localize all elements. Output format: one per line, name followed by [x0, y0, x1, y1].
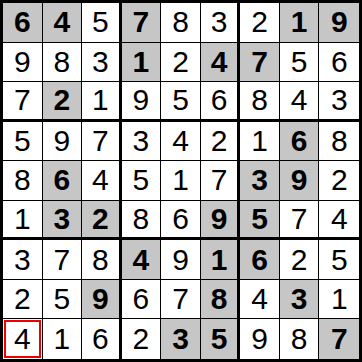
- cell-r7c3[interactable]: 8: [82, 240, 122, 280]
- cell-r2c8[interactable]: 5: [280, 43, 320, 83]
- cell-r2c9[interactable]: 6: [319, 43, 359, 83]
- cell-r3c4[interactable]: 9: [122, 82, 162, 122]
- cell-r3c9[interactable]: 3: [319, 82, 359, 122]
- cell-r4c8[interactable]: 6: [280, 122, 320, 162]
- cell-r6c4[interactable]: 8: [122, 201, 162, 241]
- cell-r2c5[interactable]: 2: [161, 43, 201, 83]
- cell-r2c3[interactable]: 3: [82, 43, 122, 83]
- cell-r4c9[interactable]: 8: [319, 122, 359, 162]
- cell-r8c4[interactable]: 6: [122, 280, 162, 320]
- cell-r4c1[interactable]: 5: [3, 122, 43, 162]
- cell-r3c7[interactable]: 8: [240, 82, 280, 122]
- cell-r3c8[interactable]: 4: [280, 82, 320, 122]
- cell-r6c2[interactable]: 3: [43, 201, 83, 241]
- cell-r2c6[interactable]: 4: [201, 43, 241, 83]
- cell-r1c6[interactable]: 3: [201, 3, 241, 43]
- cell-r4c3[interactable]: 7: [82, 122, 122, 162]
- cell-r4c4[interactable]: 3: [122, 122, 162, 162]
- cell-r3c3[interactable]: 1: [82, 82, 122, 122]
- cell-r7c9[interactable]: 5: [319, 240, 359, 280]
- cell-r7c2[interactable]: 7: [43, 240, 83, 280]
- cell-r7c7[interactable]: 6: [240, 240, 280, 280]
- cell-r9c5[interactable]: 3: [161, 319, 201, 359]
- cell-r6c3[interactable]: 2: [82, 201, 122, 241]
- cell-r8c3[interactable]: 9: [82, 280, 122, 320]
- cell-r1c4[interactable]: 7: [122, 3, 162, 43]
- cell-r2c7[interactable]: 7: [240, 43, 280, 83]
- cell-r5c5[interactable]: 1: [161, 161, 201, 201]
- cell-r1c7[interactable]: 2: [240, 3, 280, 43]
- cell-r4c6[interactable]: 2: [201, 122, 241, 162]
- cell-r3c1[interactable]: 7: [3, 82, 43, 122]
- cell-r8c6[interactable]: 8: [201, 280, 241, 320]
- cell-r6c8[interactable]: 7: [280, 201, 320, 241]
- cell-r1c2[interactable]: 4: [43, 3, 83, 43]
- sudoku-board: 6457832199831247567219568435973421688645…: [0, 0, 362, 362]
- cell-r5c2[interactable]: 6: [43, 161, 83, 201]
- cell-r8c1[interactable]: 2: [3, 280, 43, 320]
- cell-r5c8[interactable]: 9: [280, 161, 320, 201]
- cell-r7c4[interactable]: 4: [122, 240, 162, 280]
- cell-r9c4[interactable]: 2: [122, 319, 162, 359]
- cell-r4c5[interactable]: 4: [161, 122, 201, 162]
- cell-r8c8[interactable]: 3: [280, 280, 320, 320]
- cell-r8c2[interactable]: 5: [43, 280, 83, 320]
- cell-r9c2[interactable]: 1: [43, 319, 83, 359]
- cursor-highlight: [4, 320, 41, 358]
- cell-r9c7[interactable]: 9: [240, 319, 280, 359]
- cell-r4c2[interactable]: 9: [43, 122, 83, 162]
- cell-r4c7[interactable]: 1: [240, 122, 280, 162]
- cell-r6c7[interactable]: 5: [240, 201, 280, 241]
- cell-r8c7[interactable]: 4: [240, 280, 280, 320]
- cell-r9c1[interactable]: 4: [3, 319, 43, 359]
- cell-r8c9[interactable]: 1: [319, 280, 359, 320]
- cell-r1c3[interactable]: 5: [82, 3, 122, 43]
- cell-r5c9[interactable]: 2: [319, 161, 359, 201]
- cell-r6c5[interactable]: 6: [161, 201, 201, 241]
- cell-r9c3[interactable]: 6: [82, 319, 122, 359]
- cell-r3c6[interactable]: 6: [201, 82, 241, 122]
- cell-r5c7[interactable]: 3: [240, 161, 280, 201]
- cell-r1c8[interactable]: 1: [280, 3, 320, 43]
- cell-r9c6[interactable]: 5: [201, 319, 241, 359]
- cell-r8c5[interactable]: 7: [161, 280, 201, 320]
- cell-r7c6[interactable]: 1: [201, 240, 241, 280]
- cell-r2c4[interactable]: 1: [122, 43, 162, 83]
- cell-r7c5[interactable]: 9: [161, 240, 201, 280]
- cell-r2c2[interactable]: 8: [43, 43, 83, 83]
- cell-r6c9[interactable]: 4: [319, 201, 359, 241]
- cell-r5c3[interactable]: 4: [82, 161, 122, 201]
- cell-r5c4[interactable]: 5: [122, 161, 162, 201]
- cell-r9c8[interactable]: 8: [280, 319, 320, 359]
- cell-r7c8[interactable]: 2: [280, 240, 320, 280]
- cell-r3c2[interactable]: 2: [43, 82, 83, 122]
- cell-r9c9[interactable]: 7: [319, 319, 359, 359]
- cell-r5c6[interactable]: 7: [201, 161, 241, 201]
- cell-r7c1[interactable]: 3: [3, 240, 43, 280]
- cell-r1c9[interactable]: 9: [319, 3, 359, 43]
- cell-r6c6[interactable]: 9: [201, 201, 241, 241]
- cell-r1c1[interactable]: 6: [3, 3, 43, 43]
- cell-r3c5[interactable]: 5: [161, 82, 201, 122]
- cell-r6c1[interactable]: 1: [3, 201, 43, 241]
- cell-r5c1[interactable]: 8: [3, 161, 43, 201]
- cell-r2c1[interactable]: 9: [3, 43, 43, 83]
- cell-r1c5[interactable]: 8: [161, 3, 201, 43]
